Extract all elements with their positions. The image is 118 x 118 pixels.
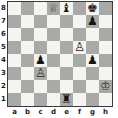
- file-label-e: e: [60, 107, 73, 117]
- rank-label-3: 3: [0, 67, 7, 80]
- square-d2[interactable]: [47, 80, 60, 93]
- square-b4[interactable]: [21, 54, 34, 67]
- square-e6[interactable]: [60, 28, 73, 41]
- rank-label-1: 1: [0, 93, 7, 106]
- square-b6[interactable]: [21, 28, 34, 41]
- square-a8[interactable]: [8, 2, 21, 15]
- black-pawn-c4[interactable]: ♟: [35, 54, 46, 67]
- square-g6[interactable]: [86, 28, 99, 41]
- square-g4[interactable]: ♟: [86, 54, 99, 67]
- square-e3[interactable]: [60, 67, 73, 80]
- square-g2[interactable]: [86, 80, 99, 93]
- square-d6[interactable]: [47, 28, 60, 41]
- square-h6[interactable]: [99, 28, 112, 41]
- square-g8[interactable]: ♚: [86, 2, 99, 15]
- square-h5[interactable]: [99, 41, 112, 54]
- square-d8[interactable]: ♕: [47, 2, 60, 15]
- square-f1[interactable]: [73, 93, 86, 106]
- square-g3[interactable]: [86, 67, 99, 80]
- square-f2[interactable]: [73, 80, 86, 93]
- square-b2[interactable]: [21, 80, 34, 93]
- square-a5[interactable]: [8, 41, 21, 54]
- square-h3[interactable]: [99, 67, 112, 80]
- square-a4[interactable]: [8, 54, 21, 67]
- black-king-g8[interactable]: ♚: [87, 2, 98, 15]
- black-bishop-e8[interactable]: ♝: [61, 2, 72, 15]
- file-labels: abcdefgh: [8, 107, 112, 117]
- square-b1[interactable]: [21, 93, 34, 106]
- square-e4[interactable]: [60, 54, 73, 67]
- square-a3[interactable]: [8, 67, 21, 80]
- rank-label-2: 2: [0, 80, 7, 93]
- file-label-h: h: [99, 107, 112, 117]
- white-queen-d8[interactable]: ♕: [48, 2, 59, 15]
- square-e2[interactable]: [60, 80, 73, 93]
- rank-label-8: 8: [0, 2, 7, 15]
- file-label-g: g: [86, 107, 99, 117]
- square-g7[interactable]: ♟: [86, 15, 99, 28]
- square-c8[interactable]: [34, 2, 47, 15]
- black-pawn-g4[interactable]: ♟: [87, 54, 98, 67]
- file-label-c: c: [34, 107, 47, 117]
- square-c6[interactable]: [34, 28, 47, 41]
- square-a1[interactable]: [8, 93, 21, 106]
- square-c3[interactable]: ♙: [34, 67, 47, 80]
- rank-label-6: 6: [0, 28, 7, 41]
- square-b7[interactable]: [21, 15, 34, 28]
- square-e7[interactable]: [60, 15, 73, 28]
- square-e1[interactable]: ♜: [60, 93, 73, 106]
- white-pawn-f5[interactable]: ♙: [74, 41, 85, 54]
- square-g5[interactable]: [86, 41, 99, 54]
- square-h4[interactable]: [99, 54, 112, 67]
- square-b3[interactable]: [21, 67, 34, 80]
- square-f5[interactable]: ♙: [73, 41, 86, 54]
- square-h8[interactable]: [99, 2, 112, 15]
- rank-label-4: 4: [0, 54, 7, 67]
- square-d3[interactable]: [47, 67, 60, 80]
- white-pawn-c3[interactable]: ♙: [35, 67, 46, 80]
- square-d4[interactable]: [47, 54, 60, 67]
- square-h7[interactable]: [99, 15, 112, 28]
- square-c2[interactable]: [34, 80, 47, 93]
- rank-labels: 87654321: [0, 2, 7, 106]
- square-a6[interactable]: [8, 28, 21, 41]
- square-f3[interactable]: [73, 67, 86, 80]
- file-label-a: a: [8, 107, 21, 117]
- square-f7[interactable]: [73, 15, 86, 28]
- file-label-b: b: [21, 107, 34, 117]
- square-d7[interactable]: [47, 15, 60, 28]
- square-a2[interactable]: [8, 80, 21, 93]
- square-c7[interactable]: [34, 15, 47, 28]
- square-d5[interactable]: [47, 41, 60, 54]
- square-b8[interactable]: [21, 2, 34, 15]
- square-e5[interactable]: [60, 41, 73, 54]
- square-b5[interactable]: [21, 41, 34, 54]
- square-f6[interactable]: [73, 28, 86, 41]
- file-label-d: d: [47, 107, 60, 117]
- chess-diagram: 87654321 ♕♝♚♟♙♟♟♙♔♜ abcdefgh: [0, 0, 118, 118]
- rank-label-7: 7: [0, 15, 7, 28]
- square-h2[interactable]: ♔: [99, 80, 112, 93]
- chess-board: ♕♝♚♟♙♟♟♙♔♜: [7, 1, 113, 107]
- white-king-h2[interactable]: ♔: [100, 80, 111, 93]
- square-c4[interactable]: ♟: [34, 54, 47, 67]
- square-h1[interactable]: [99, 93, 112, 106]
- black-rook-e1[interactable]: ♜: [61, 93, 72, 106]
- square-f8[interactable]: [73, 2, 86, 15]
- square-a7[interactable]: [8, 15, 21, 28]
- square-c1[interactable]: [34, 93, 47, 106]
- square-d1[interactable]: [47, 93, 60, 106]
- square-g1[interactable]: [86, 93, 99, 106]
- square-e8[interactable]: ♝: [60, 2, 73, 15]
- black-pawn-g7[interactable]: ♟: [87, 15, 98, 28]
- square-c5[interactable]: [34, 41, 47, 54]
- file-label-f: f: [73, 107, 86, 117]
- square-f4[interactable]: [73, 54, 86, 67]
- rank-label-5: 5: [0, 41, 7, 54]
